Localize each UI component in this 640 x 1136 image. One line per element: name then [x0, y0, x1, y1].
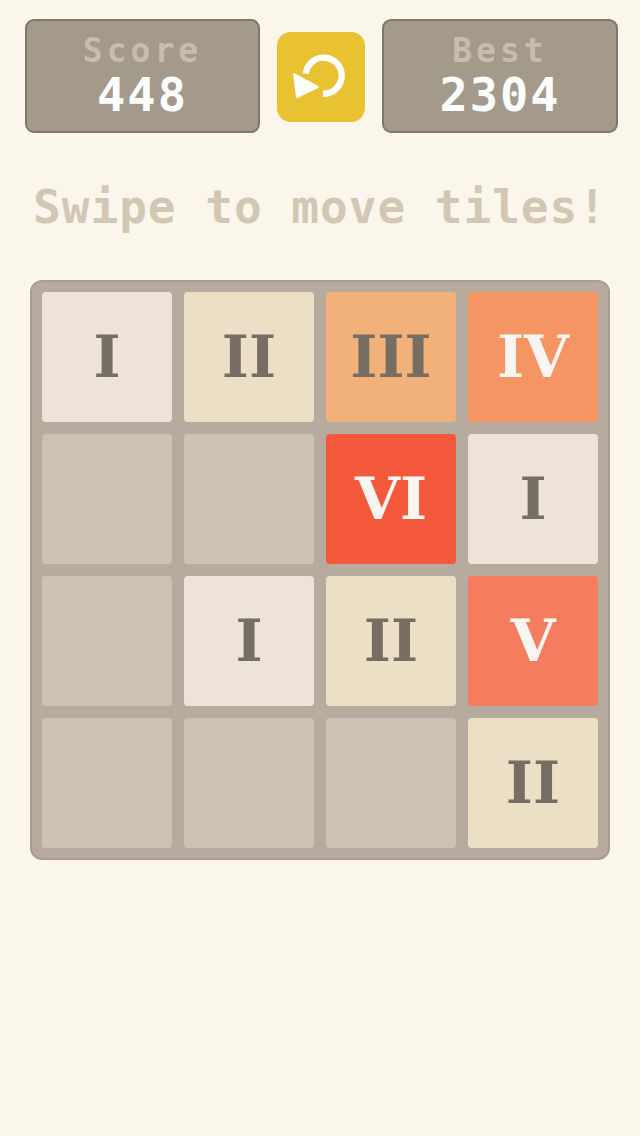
game-board[interactable]: IIIIIIIVVIIIIIVII: [30, 280, 610, 860]
tile-i-r3c2: I: [184, 576, 314, 706]
empty-cell-r3c1: [42, 576, 172, 706]
empty-cell-r2c2: [184, 434, 314, 564]
restart-button[interactable]: [277, 32, 365, 122]
restart-circular-arrow-icon: [289, 45, 353, 109]
tile-ii-r1c2: II: [184, 292, 314, 422]
score-value: 448: [97, 71, 188, 118]
best-label: Best: [452, 34, 547, 67]
empty-cell-r2c1: [42, 434, 172, 564]
best-value: 2304: [439, 71, 560, 118]
empty-cell-r4c3: [326, 718, 456, 848]
score-box: Score 448: [25, 19, 260, 133]
empty-cell-r4c2: [184, 718, 314, 848]
tile-v-r3c4: V: [468, 576, 598, 706]
tile-ii-r4c4: II: [468, 718, 598, 848]
game-screen: Score 448 Best 2304 Swipe to move tiles!…: [0, 0, 640, 1136]
tile-ii-r3c3: II: [326, 576, 456, 706]
score-label: Score: [83, 34, 202, 67]
tile-iii-r1c3: III: [326, 292, 456, 422]
tile-vi-r2c3: VI: [326, 434, 456, 564]
best-box: Best 2304: [382, 19, 618, 133]
instruction-text: Swipe to move tiles!: [0, 184, 640, 230]
tile-i-r1c1: I: [42, 292, 172, 422]
empty-cell-r4c1: [42, 718, 172, 848]
tile-i-r2c4: I: [468, 434, 598, 564]
tile-iv-r1c4: IV: [468, 292, 598, 422]
